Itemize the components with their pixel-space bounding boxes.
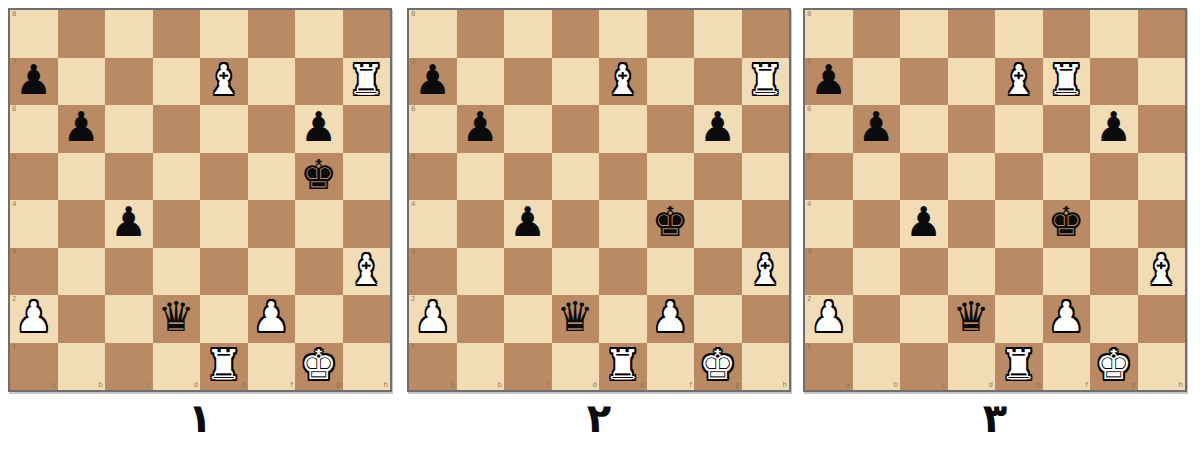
square-h3: ♝	[343, 248, 391, 296]
black-king-g5: ♚	[300, 155, 337, 196]
square-g8	[295, 10, 343, 58]
white-rook-h7: ♜	[747, 60, 784, 101]
square-g7	[694, 58, 742, 106]
square-e3	[599, 248, 647, 296]
square-e2	[995, 295, 1043, 343]
square-g5	[694, 153, 742, 201]
square-e5	[200, 153, 248, 201]
file-label-d: d	[593, 382, 597, 389]
file-label-f: f	[690, 382, 692, 389]
square-f5	[1043, 153, 1091, 201]
square-f7	[647, 58, 695, 106]
rank-label-3: 3	[807, 249, 811, 256]
file-label-a: a	[846, 382, 850, 389]
square-a6: 6	[805, 105, 853, 153]
square-e4	[599, 200, 647, 248]
white-bishop-h3: ♝	[348, 250, 385, 291]
file-label-c: c	[942, 382, 946, 389]
square-d1: d	[552, 343, 600, 391]
file-label-f: f	[1086, 382, 1088, 389]
rank-label-4: 4	[411, 201, 415, 208]
square-d2: ♛	[948, 295, 996, 343]
square-a5: 5	[409, 153, 457, 201]
square-a3: 3	[409, 248, 457, 296]
square-b8	[58, 10, 106, 58]
square-c3	[900, 248, 948, 296]
square-c3	[504, 248, 552, 296]
white-pawn-a2: ♟	[414, 297, 451, 338]
square-c1: c	[900, 343, 948, 391]
rank-label-1: 1	[12, 344, 16, 351]
white-rook-f7: ♜	[1048, 60, 1085, 101]
square-f6	[647, 105, 695, 153]
square-a1: 1a	[10, 343, 58, 391]
rank-label-1: 1	[807, 344, 811, 351]
square-b5	[457, 153, 505, 201]
square-g1: g♚	[295, 343, 343, 391]
square-e7: ♝	[599, 58, 647, 106]
square-a7: 7♟	[10, 58, 58, 106]
square-d1: d	[948, 343, 996, 391]
white-pawn-a2: ♟	[15, 297, 52, 338]
square-f5	[647, 153, 695, 201]
square-d4	[948, 200, 996, 248]
square-c7	[504, 58, 552, 106]
white-pawn-f2: ♟	[652, 297, 689, 338]
square-c1: c	[504, 343, 552, 391]
square-e8	[599, 10, 647, 58]
square-b1: b	[853, 343, 901, 391]
square-e2	[200, 295, 248, 343]
square-a3: 3	[10, 248, 58, 296]
square-h4	[343, 200, 391, 248]
square-d3	[948, 248, 996, 296]
square-b7	[853, 58, 901, 106]
square-b8	[457, 10, 505, 58]
white-rook-h7: ♜	[348, 60, 385, 101]
square-a4: 4	[409, 200, 457, 248]
square-b8	[853, 10, 901, 58]
black-pawn-b6: ♟	[858, 107, 895, 148]
square-c2	[900, 295, 948, 343]
square-b6: ♟	[457, 105, 505, 153]
square-f5	[248, 153, 296, 201]
square-d2: ♛	[153, 295, 201, 343]
square-e5	[995, 153, 1043, 201]
rank-label-4: 4	[807, 201, 811, 208]
square-a8: 8	[409, 10, 457, 58]
file-label-c: c	[147, 382, 151, 389]
square-h5	[343, 153, 391, 201]
rank-label-8: 8	[411, 11, 415, 18]
square-b1: b	[58, 343, 106, 391]
square-h7: ♜	[742, 58, 790, 106]
square-g6: ♟	[694, 105, 742, 153]
square-d3	[153, 248, 201, 296]
square-a6: 6	[409, 105, 457, 153]
rank-label-3: 3	[411, 249, 415, 256]
square-e6	[599, 105, 647, 153]
square-g7	[295, 58, 343, 106]
square-a8: 8	[805, 10, 853, 58]
square-c6	[900, 105, 948, 153]
square-b2	[58, 295, 106, 343]
square-d7	[552, 58, 600, 106]
square-a5: 5	[10, 153, 58, 201]
square-g1: g♚	[1090, 343, 1138, 391]
black-king-f4: ♚	[1048, 202, 1085, 243]
square-d8	[948, 10, 996, 58]
square-c2	[504, 295, 552, 343]
white-bishop-e7: ♝	[205, 60, 242, 101]
square-c7	[900, 58, 948, 106]
white-king-g1: ♚	[699, 345, 736, 386]
square-g2	[694, 295, 742, 343]
chess-board-1: 87♟♝♜6♟♟5♚4♟3♝2♟♛♟1abcde♜fg♚h	[8, 8, 392, 392]
square-d4	[153, 200, 201, 248]
square-c5	[105, 153, 153, 201]
square-d5	[948, 153, 996, 201]
square-h2	[742, 295, 790, 343]
square-a2: 2♟	[409, 295, 457, 343]
square-h5	[742, 153, 790, 201]
square-e3	[200, 248, 248, 296]
square-h8	[742, 10, 790, 58]
square-f6	[248, 105, 296, 153]
square-b1: b	[457, 343, 505, 391]
rank-label-6: 6	[12, 106, 16, 113]
square-h6	[742, 105, 790, 153]
square-f4: ♚	[647, 200, 695, 248]
square-b3	[58, 248, 106, 296]
square-c2	[105, 295, 153, 343]
square-d6	[153, 105, 201, 153]
white-bishop-h3: ♝	[747, 250, 784, 291]
square-h4	[742, 200, 790, 248]
square-c5	[504, 153, 552, 201]
square-b4	[457, 200, 505, 248]
square-g5: ♚	[295, 153, 343, 201]
square-h1: h	[742, 343, 790, 391]
square-g2	[1090, 295, 1138, 343]
square-h6	[1138, 105, 1186, 153]
file-label-b: b	[99, 382, 103, 389]
square-c8	[504, 10, 552, 58]
white-pawn-f2: ♟	[253, 297, 290, 338]
square-c6	[504, 105, 552, 153]
file-label-d: d	[194, 382, 198, 389]
white-rook-e1: ♜	[1000, 345, 1037, 386]
square-g6: ♟	[1090, 105, 1138, 153]
rank-label-8: 8	[12, 11, 16, 18]
square-a2: 2♟	[805, 295, 853, 343]
rank-label-6: 6	[411, 106, 415, 113]
square-c7	[105, 58, 153, 106]
square-d5	[552, 153, 600, 201]
square-f4: ♚	[1043, 200, 1091, 248]
square-d6	[948, 105, 996, 153]
square-h1: h	[1138, 343, 1186, 391]
square-e8	[995, 10, 1043, 58]
square-f8	[647, 10, 695, 58]
square-d8	[153, 10, 201, 58]
file-label-h: h	[1179, 382, 1183, 389]
file-label-f: f	[291, 382, 293, 389]
square-h7	[1138, 58, 1186, 106]
black-pawn-a7: ♟	[414, 60, 451, 101]
square-g7	[1090, 58, 1138, 106]
black-queen-d2: ♛	[557, 297, 594, 338]
square-g3	[694, 248, 742, 296]
square-e1: e♜	[599, 343, 647, 391]
square-b6: ♟	[853, 105, 901, 153]
rank-label-1: 1	[411, 344, 415, 351]
square-e7: ♝	[995, 58, 1043, 106]
square-h8	[343, 10, 391, 58]
diagram-2-block: 87♟♝♜6♟♟54♟♚3♝2♟♛♟1abcde♜fg♚h ٢	[407, 8, 791, 444]
square-f7: ♜	[1043, 58, 1091, 106]
square-h2	[343, 295, 391, 343]
white-pawn-a2: ♟	[810, 297, 847, 338]
square-g4	[1090, 200, 1138, 248]
white-king-g1: ♚	[300, 345, 337, 386]
square-g8	[1090, 10, 1138, 58]
square-a5: 5	[805, 153, 853, 201]
square-a6: 6	[10, 105, 58, 153]
square-a4: 4	[10, 200, 58, 248]
square-d5	[153, 153, 201, 201]
square-f1: f	[1043, 343, 1091, 391]
square-b2	[457, 295, 505, 343]
square-f2: ♟	[1043, 295, 1091, 343]
file-label-h: h	[384, 382, 388, 389]
square-a7: 7♟	[409, 58, 457, 106]
square-e4	[995, 200, 1043, 248]
square-g3	[295, 248, 343, 296]
white-bishop-e7: ♝	[604, 60, 641, 101]
file-label-a: a	[51, 382, 55, 389]
square-c4: ♟	[900, 200, 948, 248]
square-f2: ♟	[647, 295, 695, 343]
file-label-b: b	[894, 382, 898, 389]
black-pawn-c4: ♟	[110, 202, 147, 243]
square-a3: 3	[805, 248, 853, 296]
file-label-b: b	[498, 382, 502, 389]
black-pawn-a7: ♟	[810, 60, 847, 101]
black-king-f4: ♚	[652, 202, 689, 243]
square-g4	[694, 200, 742, 248]
square-g5	[1090, 153, 1138, 201]
square-b6: ♟	[58, 105, 106, 153]
square-h4	[1138, 200, 1186, 248]
rank-label-5: 5	[12, 154, 16, 161]
square-f2: ♟	[248, 295, 296, 343]
square-f1: f	[647, 343, 695, 391]
file-label-a: a	[450, 382, 454, 389]
square-c1: c	[105, 343, 153, 391]
square-a1: 1a	[409, 343, 457, 391]
chess-board-2: 87♟♝♜6♟♟54♟♚3♝2♟♛♟1abcde♜fg♚h	[407, 8, 791, 392]
square-a4: 4	[805, 200, 853, 248]
black-pawn-a7: ♟	[15, 60, 52, 101]
black-pawn-c4: ♟	[509, 202, 546, 243]
diagram-2-label: ٢	[407, 392, 791, 444]
black-pawn-g6: ♟	[1095, 107, 1132, 148]
square-a8: 8	[10, 10, 58, 58]
square-e6	[995, 105, 1043, 153]
square-b4	[853, 200, 901, 248]
black-pawn-c4: ♟	[905, 202, 942, 243]
rank-label-5: 5	[411, 154, 415, 161]
square-b5	[853, 153, 901, 201]
square-h5	[1138, 153, 1186, 201]
square-h8	[1138, 10, 1186, 58]
square-f8	[248, 10, 296, 58]
file-label-h: h	[783, 382, 787, 389]
diagram-1-label: ١	[8, 392, 392, 444]
black-queen-d2: ♛	[953, 297, 990, 338]
square-d7	[948, 58, 996, 106]
file-label-d: d	[989, 382, 993, 389]
diagram-3-block: 87♟♝♜6♟♟54♟♚3♝2♟♛♟1abcde♜fg♚h ٣	[803, 8, 1187, 444]
square-c6	[105, 105, 153, 153]
square-e7: ♝	[200, 58, 248, 106]
square-h2	[1138, 295, 1186, 343]
chess-diagrams-page: 87♟♝♜6♟♟5♚4♟3♝2♟♛♟1abcde♜fg♚h ١ 87♟♝♜6♟♟…	[0, 0, 1200, 451]
square-d8	[552, 10, 600, 58]
square-d6	[552, 105, 600, 153]
square-e1: e♜	[200, 343, 248, 391]
rank-label-4: 4	[12, 201, 16, 208]
rank-label-5: 5	[807, 154, 811, 161]
square-c4: ♟	[105, 200, 153, 248]
square-d4	[552, 200, 600, 248]
square-h6	[343, 105, 391, 153]
square-g6: ♟	[295, 105, 343, 153]
square-c3	[105, 248, 153, 296]
square-c8	[900, 10, 948, 58]
square-h3: ♝	[742, 248, 790, 296]
square-b5	[58, 153, 106, 201]
rank-label-8: 8	[807, 11, 811, 18]
square-h7: ♜	[343, 58, 391, 106]
square-g4	[295, 200, 343, 248]
square-e8	[200, 10, 248, 58]
white-king-g1: ♚	[1095, 345, 1132, 386]
black-pawn-b6: ♟	[63, 107, 100, 148]
square-e5	[599, 153, 647, 201]
square-f6	[1043, 105, 1091, 153]
black-pawn-b6: ♟	[462, 107, 499, 148]
square-a1: 1a	[805, 343, 853, 391]
square-a7: 7♟	[805, 58, 853, 106]
white-rook-e1: ♜	[205, 345, 242, 386]
square-h1: h	[343, 343, 391, 391]
black-pawn-g6: ♟	[699, 107, 736, 148]
square-f7	[248, 58, 296, 106]
square-g8	[694, 10, 742, 58]
square-f3	[1043, 248, 1091, 296]
square-c4: ♟	[504, 200, 552, 248]
square-g1: g♚	[694, 343, 742, 391]
diagram-1-block: 87♟♝♜6♟♟5♚4♟3♝2♟♛♟1abcde♜fg♚h ١	[8, 8, 392, 444]
chess-board-3: 87♟♝♜6♟♟54♟♚3♝2♟♛♟1abcde♜fg♚h	[803, 8, 1187, 392]
square-c8	[105, 10, 153, 58]
black-queen-d2: ♛	[158, 297, 195, 338]
square-a2: 2♟	[10, 295, 58, 343]
square-d7	[153, 58, 201, 106]
square-f3	[647, 248, 695, 296]
white-pawn-f2: ♟	[1048, 297, 1085, 338]
square-c5	[900, 153, 948, 201]
square-b4	[58, 200, 106, 248]
square-g2	[295, 295, 343, 343]
square-d2: ♛	[552, 295, 600, 343]
rank-label-6: 6	[807, 106, 811, 113]
square-e1: e♜	[995, 343, 1043, 391]
white-rook-e1: ♜	[604, 345, 641, 386]
square-e3	[995, 248, 1043, 296]
square-f1: f	[248, 343, 296, 391]
diagram-3-label: ٣	[803, 392, 1187, 444]
square-d3	[552, 248, 600, 296]
white-bishop-h3: ♝	[1143, 250, 1180, 291]
square-e6	[200, 105, 248, 153]
square-b3	[853, 248, 901, 296]
square-f3	[248, 248, 296, 296]
file-label-c: c	[546, 382, 550, 389]
square-h3: ♝	[1138, 248, 1186, 296]
square-d1: d	[153, 343, 201, 391]
square-g3	[1090, 248, 1138, 296]
square-b3	[457, 248, 505, 296]
square-f8	[1043, 10, 1091, 58]
square-b7	[457, 58, 505, 106]
square-b7	[58, 58, 106, 106]
square-f4	[248, 200, 296, 248]
black-pawn-g6: ♟	[300, 107, 337, 148]
square-b2	[853, 295, 901, 343]
rank-label-3: 3	[12, 249, 16, 256]
white-bishop-e7: ♝	[1000, 60, 1037, 101]
square-e2	[599, 295, 647, 343]
square-e4	[200, 200, 248, 248]
